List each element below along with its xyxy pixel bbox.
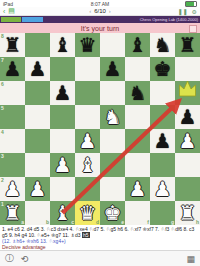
square-h1[interactable]: h♜ xyxy=(175,201,200,225)
square-f5[interactable] xyxy=(125,105,150,129)
course-title-label: Chess Opening Lab (1400-2000) xyxy=(140,17,200,22)
square-a1[interactable]: 1a♜ xyxy=(0,201,25,225)
black-pawn-e7: ♟ xyxy=(100,57,125,81)
square-h3[interactable] xyxy=(175,153,200,177)
exercise-counter-label: 6/10 xyxy=(94,8,106,14)
white-pawn-g2: ♟ xyxy=(150,177,175,201)
white-pawn-a2: ♟ xyxy=(0,177,25,201)
square-c4[interactable] xyxy=(50,129,75,153)
square-d4[interactable]: ♟ xyxy=(75,129,100,153)
white-knight-e5: ♞ xyxy=(100,105,125,129)
square-e1[interactable]: e♚ xyxy=(100,201,125,225)
black-pawn-c6: ♟ xyxy=(50,81,75,105)
square-g7[interactable]: ♚ xyxy=(150,57,175,81)
square-g8[interactable]: ♞ xyxy=(150,33,175,57)
square-f6[interactable]: ♞ xyxy=(125,81,150,105)
square-g6[interactable] xyxy=(150,81,175,105)
square-a7[interactable]: 7♟ xyxy=(0,57,25,81)
black-rook-h8: ♜ xyxy=(175,33,200,57)
navigation-bar: ‹ ▤ ‹6/10› ❚❚ ⚙ xyxy=(0,7,200,16)
battery-icon xyxy=(185,1,197,7)
square-c2[interactable] xyxy=(50,177,75,201)
square-g1[interactable]: g xyxy=(150,201,175,225)
square-h4[interactable]: ♟ xyxy=(175,129,200,153)
clock-label: 8:07 AM xyxy=(0,1,200,7)
square-c5[interactable] xyxy=(50,105,75,129)
square-e7[interactable]: ♟ xyxy=(100,57,125,81)
square-b2[interactable]: ♟ xyxy=(25,177,50,201)
square-h6[interactable] xyxy=(175,81,200,105)
black-bishop-c8: ♝ xyxy=(50,33,75,57)
board-grid: 8♜♝♛♝♞♜7♟♟♟♚6♟♞5♞♟4♟♟♟3♟♝2♟♟♟♟1a♜bc♝d♛e♚… xyxy=(0,33,200,225)
white-pawn-b2: ♟ xyxy=(25,177,50,201)
square-h7[interactable] xyxy=(175,57,200,81)
black-knight-f6: ♞ xyxy=(125,81,150,105)
rank-label-7: 7 xyxy=(1,57,4,63)
square-e6[interactable] xyxy=(100,81,125,105)
bottom-toolbar: ⓘ ⟲ ▦ xyxy=(0,250,200,266)
white-king-e1: ♚ xyxy=(100,201,125,225)
square-b4[interactable] xyxy=(25,129,50,153)
rank-label-2: 2 xyxy=(1,177,4,183)
move-list[interactable]: 1. e4 c6 2. d4 d5 3. ♘c3 dxe4 4. ♘xe4 ♘d… xyxy=(0,225,200,250)
white-pawn-d4: ♟ xyxy=(75,129,100,153)
square-a4[interactable]: 4 xyxy=(0,129,25,153)
black-pawn-g4: ♟ xyxy=(150,129,175,153)
status-bar: iPad 8:07 AM xyxy=(0,0,200,7)
black-queen-d8: ♛ xyxy=(75,33,100,57)
square-f1[interactable]: f xyxy=(125,201,150,225)
square-h2[interactable] xyxy=(175,177,200,201)
square-a8[interactable]: 8♜ xyxy=(0,33,25,57)
white-pawn-h4: ♟ xyxy=(175,129,200,153)
square-g5[interactable] xyxy=(150,105,175,129)
black-bishop-f8: ♝ xyxy=(125,33,150,57)
black-pawn-a7: ♟ xyxy=(0,57,25,81)
square-b6[interactable] xyxy=(25,81,50,105)
square-c7[interactable] xyxy=(50,57,75,81)
app-screen: iPad 8:07 AM ‹ ▤ ‹6/10› ❚❚ ⚙ Chess Openi… xyxy=(0,0,200,266)
black-pawn-b7: ♟ xyxy=(25,57,50,81)
turn-banner-label: It's your turn xyxy=(81,25,119,32)
course-progress-bar: Chess Opening Lab (1400-2000) xyxy=(0,16,200,23)
square-c3[interactable]: ♟ xyxy=(50,153,75,177)
square-d6[interactable] xyxy=(75,81,100,105)
rank-label-1: 1 xyxy=(1,201,4,207)
square-d1[interactable]: d♛ xyxy=(75,201,100,225)
mainline-moves: 1. e4 c6 2. d4 d5 3. ♘c3 dxe4 4. ♘xe4 ♘d… xyxy=(2,226,194,238)
square-e2[interactable] xyxy=(100,177,125,201)
square-a2[interactable]: 2♟ xyxy=(0,177,25,201)
white-pawn-c3: ♟ xyxy=(50,153,75,177)
square-b5[interactable] xyxy=(25,105,50,129)
square-e8[interactable] xyxy=(100,33,125,57)
rank-label-8: 8 xyxy=(1,33,4,39)
exercise-counter: ‹6/10› xyxy=(0,8,200,14)
square-g3[interactable] xyxy=(150,153,175,177)
board-setup-icon[interactable]: ▦ xyxy=(186,254,195,264)
last-move-highlight: h5 xyxy=(82,232,90,238)
black-king-g7: ♚ xyxy=(150,57,175,81)
white-bishop-c1: ♝ xyxy=(50,201,75,225)
rank-label-3: 3 xyxy=(1,153,4,159)
square-a5[interactable]: 5 xyxy=(0,105,25,129)
square-b8[interactable] xyxy=(25,33,50,57)
black-pawn-h5: ♟ xyxy=(175,105,200,129)
square-d5[interactable] xyxy=(75,105,100,129)
square-c6[interactable]: ♟ xyxy=(50,81,75,105)
square-e4[interactable] xyxy=(100,129,125,153)
chess-board: 8♜♝♛♝♞♜7♟♟♟♚6♟♞5♞♟4♟♟♟3♟♝2♟♟♟♟1a♜bc♝d♛e♚… xyxy=(0,33,200,225)
square-a6[interactable]: 6 xyxy=(0,81,25,105)
progress-solved-segment xyxy=(1,17,21,22)
white-bishop-d3: ♝ xyxy=(75,153,100,177)
square-g2[interactable]: ♟ xyxy=(150,177,175,201)
banner-help-icon[interactable] xyxy=(189,25,197,33)
black-knight-g8: ♞ xyxy=(150,33,175,57)
white-rook-h1: ♜ xyxy=(175,201,200,225)
square-b7[interactable]: ♟ xyxy=(25,57,50,81)
square-g4[interactable]: ♟ xyxy=(150,129,175,153)
square-h8[interactable]: ♜ xyxy=(175,33,200,57)
white-queen-d1: ♛ xyxy=(75,201,100,225)
progress-current-segment xyxy=(22,17,43,22)
square-e5[interactable]: ♞ xyxy=(100,105,125,129)
square-f3[interactable] xyxy=(125,153,150,177)
square-f2[interactable]: ♟ xyxy=(125,177,150,201)
square-d8[interactable]: ♛ xyxy=(75,33,100,57)
rank-label-5: 5 xyxy=(1,105,4,111)
square-f7[interactable] xyxy=(125,57,150,81)
square-f8[interactable]: ♝ xyxy=(125,33,150,57)
info-icon[interactable]: ⓘ xyxy=(5,252,14,265)
square-h5[interactable]: ♟ xyxy=(175,105,200,129)
rank-label-4: 4 xyxy=(1,129,4,135)
turn-banner: It's your turn xyxy=(0,23,200,33)
square-d7[interactable] xyxy=(75,57,100,81)
white-pawn-f2: ♟ xyxy=(125,177,150,201)
square-e3[interactable] xyxy=(100,153,125,177)
square-c8[interactable]: ♝ xyxy=(50,33,75,57)
square-d2[interactable] xyxy=(75,177,100,201)
black-rook-a8: ♜ xyxy=(0,33,25,57)
rank-label-6: 6 xyxy=(1,81,4,87)
white-rook-a1: ♜ xyxy=(0,201,25,225)
square-a3[interactable]: 3 xyxy=(0,153,25,177)
next-exercise-button[interactable]: › xyxy=(109,8,111,14)
square-b1[interactable]: b xyxy=(25,201,50,225)
square-b3[interactable] xyxy=(25,153,50,177)
prev-exercise-button[interactable]: ‹ xyxy=(89,8,91,14)
restart-icon[interactable]: ⟲ xyxy=(21,254,29,264)
square-f4[interactable] xyxy=(125,129,150,153)
square-c1[interactable]: c♝ xyxy=(50,201,75,225)
square-d3[interactable]: ♝ xyxy=(75,153,100,177)
